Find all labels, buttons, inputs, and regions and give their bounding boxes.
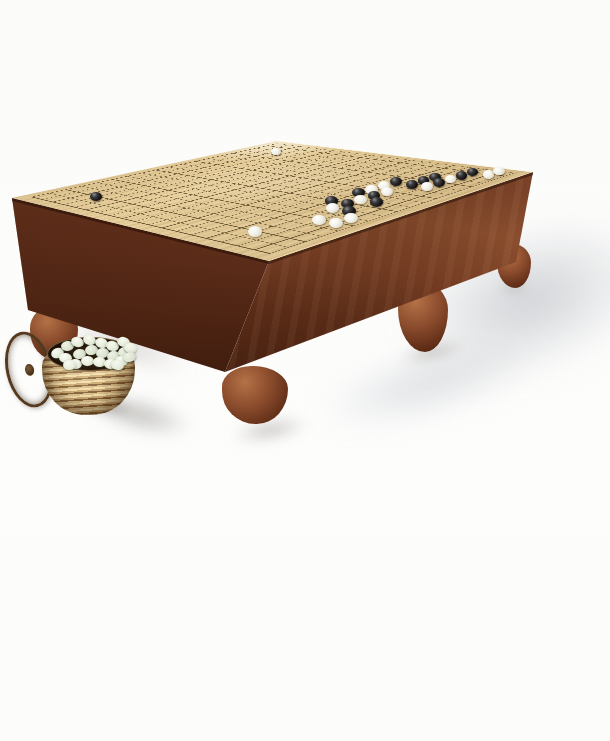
bowl-lid-knob: [23, 363, 34, 377]
white-stone[interactable]: [354, 195, 367, 205]
white-stone[interactable]: [326, 203, 339, 213]
goban-scene: [0, 0, 610, 741]
white-stone[interactable]: [312, 215, 326, 225]
bowl-white-stone: [63, 360, 76, 370]
black-stone[interactable]: [370, 197, 383, 207]
white-stone[interactable]: [271, 148, 281, 155]
white-stone[interactable]: [248, 226, 262, 237]
black-stone[interactable]: [90, 192, 102, 201]
goban-leg-front: [222, 366, 288, 424]
white-stone[interactable]: [493, 167, 505, 176]
white-stone[interactable]: [329, 218, 343, 229]
white-stone[interactable]: [381, 187, 393, 196]
black-stone[interactable]: [406, 180, 418, 189]
bowl-stone-heap: [48, 334, 130, 368]
